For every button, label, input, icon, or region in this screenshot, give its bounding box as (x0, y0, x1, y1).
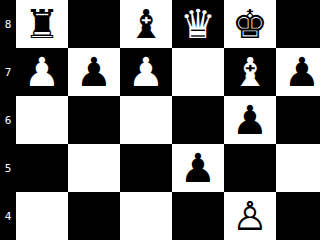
black-king-piece: ♚ (232, 0, 268, 48)
square-f4[interactable] (276, 192, 320, 240)
square-a7[interactable]: ♟ (16, 48, 68, 96)
square-d8[interactable]: ♛ (172, 0, 224, 48)
rank-label: 6 (0, 96, 16, 144)
black-bishop-piece: ♝ (128, 0, 164, 48)
board-area: 87654321 ♜♝♛♚♜♟♟♟♝♟♟♟♟♟♙♙♖♘♗♙♘♙♙♙♙♖♔ ABC… (0, 0, 320, 240)
square-b8[interactable] (68, 0, 120, 48)
square-a5[interactable] (16, 144, 68, 192)
rank-label: 5 (0, 144, 16, 192)
square-c6[interactable] (120, 96, 172, 144)
black-pawn-piece: ♟ (232, 96, 268, 144)
black-pawn-piece: ♟ (180, 144, 216, 192)
square-e6[interactable]: ♟ (224, 96, 276, 144)
square-b5[interactable] (68, 144, 120, 192)
rank-label: 7 (0, 48, 16, 96)
square-a6[interactable] (16, 96, 68, 144)
square-f8[interactable] (276, 0, 320, 48)
square-d6[interactable] (172, 96, 224, 144)
black-bishop-piece: ♝ (232, 48, 268, 96)
square-f6[interactable] (276, 96, 320, 144)
black-queen-piece: ♛ (180, 0, 216, 48)
square-c5[interactable] (120, 144, 172, 192)
rank-label: 4 (0, 192, 16, 240)
square-d5[interactable]: ♟ (172, 144, 224, 192)
square-e4[interactable]: ♙ (224, 192, 276, 240)
black-pawn-piece: ♟ (284, 48, 320, 96)
square-a8[interactable]: ♜ (16, 0, 68, 48)
chess-board[interactable]: ♜♝♛♚♜♟♟♟♝♟♟♟♟♟♙♙♖♘♗♙♘♙♙♙♙♖♔ (16, 0, 320, 240)
square-e7[interactable]: ♝ (224, 48, 276, 96)
square-f7[interactable]: ♟ (276, 48, 320, 96)
square-e8[interactable]: ♚ (224, 0, 276, 48)
square-d7[interactable] (172, 48, 224, 96)
black-pawn-piece: ♟ (128, 48, 164, 96)
square-c7[interactable]: ♟ (120, 48, 172, 96)
square-c4[interactable] (120, 192, 172, 240)
black-pawn-piece: ♟ (76, 48, 112, 96)
square-e5[interactable] (224, 144, 276, 192)
square-b6[interactable] (68, 96, 120, 144)
square-a4[interactable] (16, 192, 68, 240)
square-d4[interactable] (172, 192, 224, 240)
square-c8[interactable]: ♝ (120, 0, 172, 48)
black-rook-piece: ♜ (24, 0, 60, 48)
square-f5[interactable] (276, 144, 320, 192)
rank-labels: 87654321 (0, 0, 16, 240)
square-b7[interactable]: ♟ (68, 48, 120, 96)
rank-label: 8 (0, 0, 16, 48)
white-pawn-piece: ♙ (232, 192, 268, 240)
square-b4[interactable] (68, 192, 120, 240)
black-pawn-piece: ♟ (24, 48, 60, 96)
